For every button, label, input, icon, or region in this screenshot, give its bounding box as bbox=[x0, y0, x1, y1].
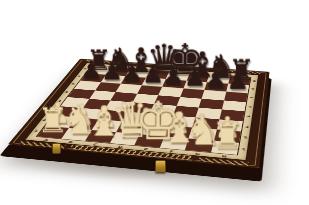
piece-black-pawn-h7: ♟ bbox=[226, 68, 248, 93]
piece-white-knight-b1: ♞ bbox=[61, 101, 86, 140]
square-e7: ♟ bbox=[162, 79, 186, 88]
piece-black-pawn-g7: ♟ bbox=[205, 66, 226, 91]
square-g1: ♞ bbox=[185, 138, 214, 152]
brass-clasp-center bbox=[155, 160, 166, 173]
piece-white-knight-g1: ♞ bbox=[185, 111, 211, 151]
square-h7: ♟ bbox=[226, 83, 249, 93]
brass-clasp-left bbox=[52, 143, 61, 154]
piece-white-queen-d1: ♛ bbox=[110, 96, 135, 144]
piece-black-pawn-e7: ♟ bbox=[162, 63, 183, 88]
chess-set-photo: ABCDEFGH ABCDEFGH 87654321 87654321 ♜♞♝♛… bbox=[0, 0, 309, 205]
square-g6 bbox=[202, 90, 226, 100]
piece-black-pawn-b7: ♟ bbox=[101, 59, 122, 83]
piece-white-bishop-c1: ♝ bbox=[85, 101, 110, 142]
piece-black-pawn-c7: ♟ bbox=[121, 60, 142, 84]
piece-black-pawn-d7: ♟ bbox=[142, 62, 163, 86]
piece-black-pawn-a7: ♟ bbox=[81, 58, 102, 82]
piece-black-pawn-f7: ♟ bbox=[183, 65, 204, 90]
piece-white-rook-h1: ♜ bbox=[211, 118, 237, 154]
square-h6 bbox=[224, 92, 248, 102]
square-h1: ♜ bbox=[211, 141, 239, 155]
piece-white-king-e1: ♚ bbox=[135, 95, 161, 147]
piece-white-bishop-f1: ♝ bbox=[160, 107, 186, 149]
piece-white-rook-a1: ♜ bbox=[37, 103, 62, 137]
